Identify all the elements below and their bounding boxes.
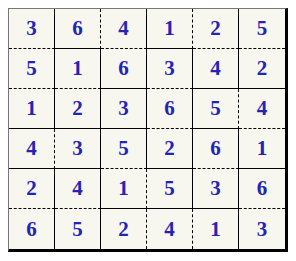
cell-r3c4[interactable]: 6: [147, 89, 193, 129]
cell-r1c5[interactable]: 2: [193, 9, 239, 49]
cell-r4c5[interactable]: 6: [193, 129, 239, 169]
cell-r5c3[interactable]: 1: [101, 169, 147, 209]
puzzle-board: 3 6 4 1 2 5 5 1 6 3 4 2 1 2 3 6 5 4 4 3 …: [8, 8, 288, 252]
cell-r5c1[interactable]: 2: [9, 169, 55, 209]
cell-r1c1[interactable]: 3: [9, 9, 55, 49]
cell-r5c4[interactable]: 5: [147, 169, 193, 209]
cell-r1c3[interactable]: 4: [101, 9, 147, 49]
cell-r6c5[interactable]: 1: [193, 209, 239, 249]
cell-r6c2[interactable]: 5: [55, 209, 101, 249]
cell-r4c3[interactable]: 5: [101, 129, 147, 169]
cell-r1c6[interactable]: 5: [239, 9, 285, 49]
cell-r2c1[interactable]: 5: [9, 49, 55, 89]
cell-r3c5[interactable]: 5: [193, 89, 239, 129]
cell-r4c2[interactable]: 3: [55, 129, 101, 169]
cell-r1c2[interactable]: 6: [55, 9, 101, 49]
cell-r2c4[interactable]: 3: [147, 49, 193, 89]
cell-r5c5[interactable]: 3: [193, 169, 239, 209]
cell-r2c2[interactable]: 1: [55, 49, 101, 89]
cell-r4c6[interactable]: 1: [239, 129, 285, 169]
cell-r3c3[interactable]: 3: [101, 89, 147, 129]
cell-r3c1[interactable]: 1: [9, 89, 55, 129]
cell-r5c6[interactable]: 6: [239, 169, 285, 209]
cell-r6c3[interactable]: 2: [101, 209, 147, 249]
cell-r6c4[interactable]: 4: [147, 209, 193, 249]
cell-r2c3[interactable]: 6: [101, 49, 147, 89]
cell-r4c1[interactable]: 4: [9, 129, 55, 169]
cell-r2c6[interactable]: 2: [239, 49, 285, 89]
cell-r4c4[interactable]: 2: [147, 129, 193, 169]
cell-r6c6[interactable]: 3: [239, 209, 285, 249]
cell-r2c5[interactable]: 4: [193, 49, 239, 89]
cell-r5c2[interactable]: 4: [55, 169, 101, 209]
cell-r3c2[interactable]: 2: [55, 89, 101, 129]
cell-r3c6[interactable]: 4: [239, 89, 285, 129]
cell-r1c4[interactable]: 1: [147, 9, 193, 49]
page: { "game": "calcudoku-kenken-6x6-solved-l…: [0, 0, 296, 261]
cell-r6c1[interactable]: 6: [9, 209, 55, 249]
